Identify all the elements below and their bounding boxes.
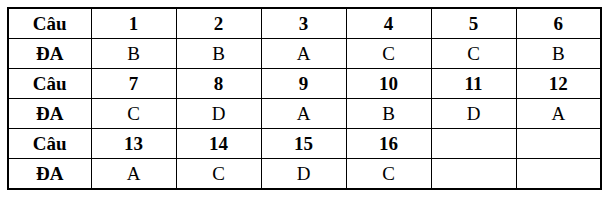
question-label-cell: Câu	[8, 69, 91, 99]
question-number-cell: 12	[516, 69, 601, 99]
question-number-cell: 3	[261, 8, 346, 39]
answer-letter-cell: B	[346, 99, 431, 129]
answer-letter-cell: D	[176, 99, 261, 129]
answer-letter-cell: D	[431, 99, 516, 129]
answer-label-cell: ĐA	[8, 39, 91, 69]
question-row: Câu789101112	[8, 69, 601, 99]
answer-row: ĐAACDC	[8, 159, 601, 190]
answer-letter-cell: B	[516, 39, 601, 69]
question-number-cell: 9	[261, 69, 346, 99]
answer-label-cell: ĐA	[8, 159, 91, 190]
answer-key-table-body: Câu123456ĐABBACCBCâu789101112ĐACDABDACâu…	[8, 8, 601, 189]
empty-cell	[516, 159, 601, 190]
answer-label-cell: ĐA	[8, 99, 91, 129]
question-number-cell: 16	[346, 129, 431, 159]
answer-letter-cell: A	[516, 99, 601, 129]
empty-cell	[431, 159, 516, 190]
question-number-cell: 11	[431, 69, 516, 99]
answer-letter-cell: B	[91, 39, 176, 69]
question-row: Câu123456	[8, 8, 601, 39]
empty-cell	[431, 129, 516, 159]
question-number-cell: 2	[176, 8, 261, 39]
question-number-cell: 8	[176, 69, 261, 99]
question-number-cell: 4	[346, 8, 431, 39]
empty-cell	[516, 129, 601, 159]
answer-letter-cell: D	[261, 159, 346, 190]
answer-letter-cell: C	[91, 99, 176, 129]
question-label-cell: Câu	[8, 129, 91, 159]
answer-row: ĐABBACCB	[8, 39, 601, 69]
question-label-cell: Câu	[8, 8, 91, 39]
answer-letter-cell: C	[346, 159, 431, 190]
answer-letter-cell: C	[176, 159, 261, 190]
answer-letter-cell: A	[91, 159, 176, 190]
question-number-cell: 13	[91, 129, 176, 159]
question-number-cell: 15	[261, 129, 346, 159]
question-number-cell: 1	[91, 8, 176, 39]
question-number-cell: 7	[91, 69, 176, 99]
question-row: Câu13141516	[8, 129, 601, 159]
answer-letter-cell: A	[261, 99, 346, 129]
answer-row: ĐACDABDA	[8, 99, 601, 129]
answer-letter-cell: B	[176, 39, 261, 69]
answer-letter-cell: C	[431, 39, 516, 69]
answer-letter-cell: A	[261, 39, 346, 69]
answer-key-table: Câu123456ĐABBACCBCâu789101112ĐACDABDACâu…	[7, 7, 602, 190]
question-number-cell: 14	[176, 129, 261, 159]
question-number-cell: 5	[431, 8, 516, 39]
question-number-cell: 10	[346, 69, 431, 99]
question-number-cell: 6	[516, 8, 601, 39]
answer-letter-cell: C	[346, 39, 431, 69]
